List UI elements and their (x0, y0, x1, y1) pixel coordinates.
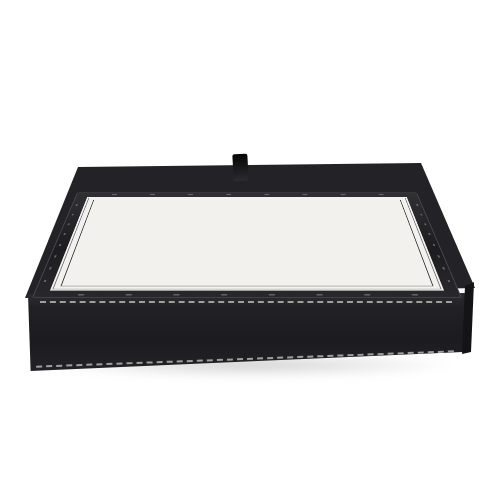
box-clasp (232, 154, 248, 182)
stitching-top (40, 301, 452, 303)
chess-set-product-photo (0, 0, 500, 500)
coordinate-ticks-far (95, 194, 400, 195)
coordinate-ticks-near (57, 294, 439, 295)
chess-board (32, 193, 462, 298)
board-grid (60, 200, 433, 287)
board-white-border (50, 197, 444, 291)
